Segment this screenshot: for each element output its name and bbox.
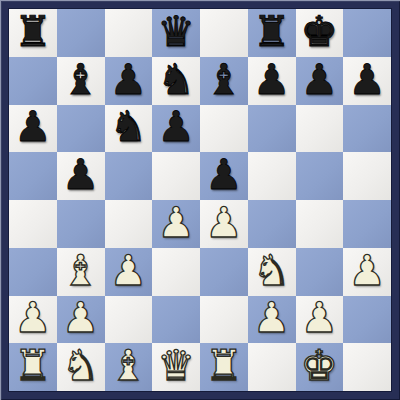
square-h6[interactable] [343,105,391,153]
square-c1[interactable]: ♝ [105,343,153,391]
square-a4[interactable] [9,200,57,248]
square-g5[interactable] [296,152,344,200]
square-e7[interactable]: ♝ [200,57,248,105]
square-c3[interactable]: ♟ [105,248,153,296]
black-pawn[interactable]: ♟ [205,154,243,196]
black-pawn[interactable]: ♟ [301,59,339,101]
white-pawn[interactable]: ♟ [110,250,148,292]
square-e4[interactable]: ♟ [200,200,248,248]
square-d5[interactable] [152,152,200,200]
square-c2[interactable] [105,296,153,344]
black-bishop[interactable]: ♝ [205,59,243,101]
square-b2[interactable]: ♟ [57,296,105,344]
square-d2[interactable] [152,296,200,344]
square-e3[interactable] [200,248,248,296]
white-queen[interactable]: ♛ [157,345,195,387]
black-bishop[interactable]: ♝ [62,59,100,101]
square-h1[interactable] [343,343,391,391]
square-b8[interactable] [57,9,105,57]
square-e2[interactable] [200,296,248,344]
square-g6[interactable] [296,105,344,153]
black-rook[interactable]: ♜ [253,11,291,53]
black-queen[interactable]: ♛ [157,11,195,53]
white-rook[interactable]: ♜ [14,345,52,387]
square-a6[interactable]: ♟ [9,105,57,153]
square-d6[interactable]: ♟ [152,105,200,153]
square-f1[interactable] [248,343,296,391]
square-f8[interactable]: ♜ [248,9,296,57]
square-a3[interactable] [9,248,57,296]
square-f3[interactable]: ♞ [248,248,296,296]
square-h3[interactable]: ♟ [343,248,391,296]
black-pawn[interactable]: ♟ [62,154,100,196]
white-pawn[interactable]: ♟ [348,250,386,292]
square-d4[interactable]: ♟ [152,200,200,248]
white-knight[interactable]: ♞ [62,345,100,387]
square-d1[interactable]: ♛ [152,343,200,391]
square-h8[interactable] [343,9,391,57]
black-pawn[interactable]: ♟ [157,106,195,148]
white-bishop[interactable]: ♝ [110,345,148,387]
square-c7[interactable]: ♟ [105,57,153,105]
square-b6[interactable] [57,105,105,153]
square-h7[interactable]: ♟ [343,57,391,105]
square-e8[interactable] [200,9,248,57]
square-g4[interactable] [296,200,344,248]
square-g8[interactable]: ♚ [296,9,344,57]
black-pawn[interactable]: ♟ [14,106,52,148]
square-c8[interactable] [105,9,153,57]
white-bishop[interactable]: ♝ [62,250,100,292]
square-h5[interactable] [343,152,391,200]
square-g2[interactable]: ♟ [296,296,344,344]
square-g1[interactable]: ♚ [296,343,344,391]
square-a1[interactable]: ♜ [9,343,57,391]
square-f2[interactable]: ♟ [248,296,296,344]
white-king[interactable]: ♚ [301,345,339,387]
square-a7[interactable] [9,57,57,105]
white-pawn[interactable]: ♟ [253,297,291,339]
white-pawn[interactable]: ♟ [157,202,195,244]
square-d3[interactable] [152,248,200,296]
square-h2[interactable] [343,296,391,344]
black-king[interactable]: ♚ [301,11,339,53]
black-pawn[interactable]: ♟ [348,59,386,101]
black-pawn[interactable]: ♟ [110,59,148,101]
square-c6[interactable]: ♞ [105,105,153,153]
square-b1[interactable]: ♞ [57,343,105,391]
white-pawn[interactable]: ♟ [14,297,52,339]
square-h4[interactable] [343,200,391,248]
black-knight[interactable]: ♞ [157,59,195,101]
square-a2[interactable]: ♟ [9,296,57,344]
chess-board: ♜♛♜♚♝♟♞♝♟♟♟♟♞♟♟♟♟♟♝♟♞♟♟♟♟♟♜♞♝♛♜♚ [9,9,391,391]
square-f6[interactable] [248,105,296,153]
white-pawn[interactable]: ♟ [205,202,243,244]
white-knight[interactable]: ♞ [253,250,291,292]
square-f4[interactable] [248,200,296,248]
board-frame: ♜♛♜♚♝♟♞♝♟♟♟♟♞♟♟♟♟♟♝♟♞♟♟♟♟♟♜♞♝♛♜♚ [0,0,400,400]
square-f7[interactable]: ♟ [248,57,296,105]
black-knight[interactable]: ♞ [110,106,148,148]
square-a5[interactable] [9,152,57,200]
square-g7[interactable]: ♟ [296,57,344,105]
square-b7[interactable]: ♝ [57,57,105,105]
black-pawn[interactable]: ♟ [253,59,291,101]
square-b4[interactable] [57,200,105,248]
square-c4[interactable] [105,200,153,248]
square-b3[interactable]: ♝ [57,248,105,296]
square-f5[interactable] [248,152,296,200]
white-pawn[interactable]: ♟ [301,297,339,339]
square-c5[interactable] [105,152,153,200]
square-d8[interactable]: ♛ [152,9,200,57]
square-e1[interactable]: ♜ [200,343,248,391]
square-e6[interactable] [200,105,248,153]
square-e5[interactable]: ♟ [200,152,248,200]
square-a8[interactable]: ♜ [9,9,57,57]
square-g3[interactable] [296,248,344,296]
square-d7[interactable]: ♞ [152,57,200,105]
white-rook[interactable]: ♜ [205,345,243,387]
square-b5[interactable]: ♟ [57,152,105,200]
white-pawn[interactable]: ♟ [62,297,100,339]
black-rook[interactable]: ♜ [14,11,52,53]
